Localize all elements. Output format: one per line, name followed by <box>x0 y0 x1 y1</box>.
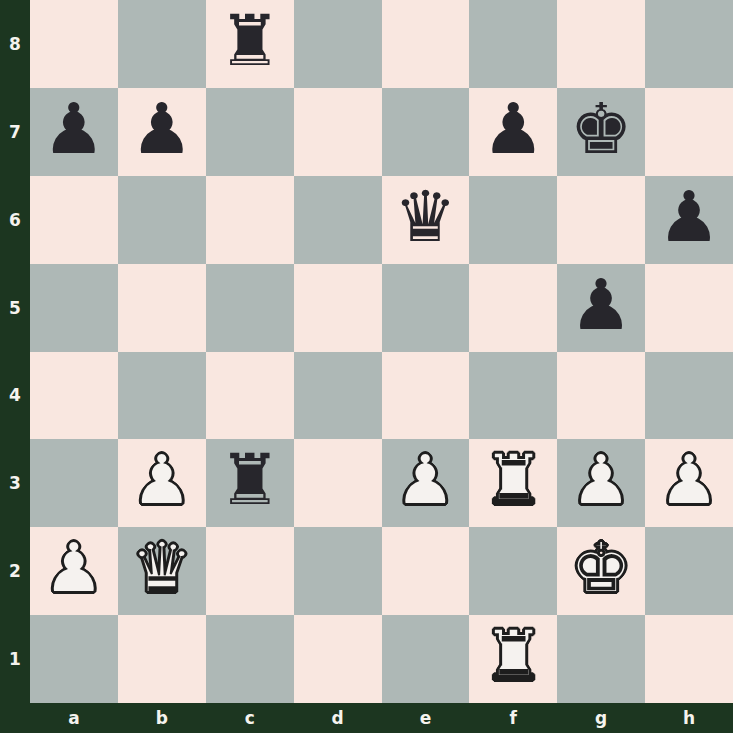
file-label-e: e <box>382 703 470 733</box>
square-h1[interactable] <box>645 615 733 703</box>
file-label-a: a <box>30 703 118 733</box>
square-a8[interactable] <box>30 0 118 88</box>
piece-black-rook[interactable]: ♜ <box>218 445 281 515</box>
square-g2[interactable]: ♚ <box>557 527 645 615</box>
square-f4[interactable] <box>469 352 557 440</box>
piece-white-pawn[interactable]: ♟ <box>658 445 721 515</box>
square-e6[interactable]: ♛ <box>382 176 470 264</box>
square-e2[interactable] <box>382 527 470 615</box>
square-a1[interactable] <box>30 615 118 703</box>
square-e4[interactable] <box>382 352 470 440</box>
file-label-f: f <box>469 703 557 733</box>
piece-white-pawn[interactable]: ♟ <box>570 445 633 515</box>
square-c2[interactable] <box>206 527 294 615</box>
piece-black-king[interactable]: ♚ <box>570 94 633 164</box>
file-label-d: d <box>294 703 382 733</box>
square-b2[interactable]: ♛ <box>118 527 206 615</box>
square-g5[interactable]: ♟ <box>557 264 645 352</box>
square-h2[interactable] <box>645 527 733 615</box>
file-label-g: g <box>557 703 645 733</box>
file-label-c: c <box>206 703 294 733</box>
square-e1[interactable] <box>382 615 470 703</box>
square-g4[interactable] <box>557 352 645 440</box>
square-f7[interactable]: ♟ <box>469 88 557 176</box>
square-e5[interactable] <box>382 264 470 352</box>
square-b7[interactable]: ♟ <box>118 88 206 176</box>
square-b6[interactable] <box>118 176 206 264</box>
square-d3[interactable] <box>294 439 382 527</box>
square-c6[interactable] <box>206 176 294 264</box>
square-e3[interactable]: ♟ <box>382 439 470 527</box>
square-c3[interactable]: ♜ <box>206 439 294 527</box>
square-c7[interactable] <box>206 88 294 176</box>
rank-label-7: 7 <box>0 88 30 176</box>
rank-label-1: 1 <box>0 615 30 703</box>
square-b5[interactable] <box>118 264 206 352</box>
square-a6[interactable] <box>30 176 118 264</box>
square-h8[interactable] <box>645 0 733 88</box>
square-f6[interactable] <box>469 176 557 264</box>
square-e7[interactable] <box>382 88 470 176</box>
rank-label-5: 5 <box>0 264 30 352</box>
piece-white-queen[interactable]: ♛ <box>130 533 193 603</box>
square-d8[interactable] <box>294 0 382 88</box>
square-f1[interactable]: ♜ <box>469 615 557 703</box>
rank-label-3: 3 <box>0 439 30 527</box>
board-corner <box>0 703 30 733</box>
piece-black-rook[interactable]: ♜ <box>218 6 281 76</box>
square-f8[interactable] <box>469 0 557 88</box>
square-h6[interactable]: ♟ <box>645 176 733 264</box>
square-b8[interactable] <box>118 0 206 88</box>
piece-white-rook[interactable]: ♜ <box>482 621 545 691</box>
piece-black-queen[interactable]: ♛ <box>394 182 457 252</box>
square-c4[interactable] <box>206 352 294 440</box>
square-h4[interactable] <box>645 352 733 440</box>
file-label-h: h <box>645 703 733 733</box>
rank-label-2: 2 <box>0 527 30 615</box>
square-a5[interactable] <box>30 264 118 352</box>
square-g7[interactable]: ♚ <box>557 88 645 176</box>
square-c8[interactable]: ♜ <box>206 0 294 88</box>
square-d7[interactable] <box>294 88 382 176</box>
piece-white-pawn[interactable]: ♟ <box>43 533 106 603</box>
square-d5[interactable] <box>294 264 382 352</box>
file-label-b: b <box>118 703 206 733</box>
square-d2[interactable] <box>294 527 382 615</box>
square-g6[interactable] <box>557 176 645 264</box>
square-h7[interactable] <box>645 88 733 176</box>
square-b3[interactable]: ♟ <box>118 439 206 527</box>
piece-black-pawn[interactable]: ♟ <box>130 94 193 164</box>
piece-black-pawn[interactable]: ♟ <box>658 182 721 252</box>
square-a3[interactable] <box>30 439 118 527</box>
square-f3[interactable]: ♜ <box>469 439 557 527</box>
rank-label-4: 4 <box>0 352 30 440</box>
square-d6[interactable] <box>294 176 382 264</box>
square-b1[interactable] <box>118 615 206 703</box>
piece-white-pawn[interactable]: ♟ <box>130 445 193 515</box>
square-e8[interactable] <box>382 0 470 88</box>
square-b4[interactable] <box>118 352 206 440</box>
piece-black-pawn[interactable]: ♟ <box>570 270 633 340</box>
chessboard: 8♜7♟♟♟♚6♛♟5♟43♟♜♟♜♟♟2♟♛♚1♜abcdefgh <box>0 0 733 733</box>
piece-black-pawn[interactable]: ♟ <box>482 94 545 164</box>
square-g3[interactable]: ♟ <box>557 439 645 527</box>
square-f2[interactable] <box>469 527 557 615</box>
square-c5[interactable] <box>206 264 294 352</box>
rank-label-6: 6 <box>0 176 30 264</box>
square-g1[interactable] <box>557 615 645 703</box>
square-g8[interactable] <box>557 0 645 88</box>
square-c1[interactable] <box>206 615 294 703</box>
piece-black-pawn[interactable]: ♟ <box>43 94 106 164</box>
piece-white-rook[interactable]: ♜ <box>482 445 545 515</box>
square-h3[interactable]: ♟ <box>645 439 733 527</box>
square-f5[interactable] <box>469 264 557 352</box>
square-a2[interactable]: ♟ <box>30 527 118 615</box>
piece-white-king[interactable]: ♚ <box>570 533 633 603</box>
square-a7[interactable]: ♟ <box>30 88 118 176</box>
piece-white-pawn[interactable]: ♟ <box>394 445 457 515</box>
square-a4[interactable] <box>30 352 118 440</box>
square-d1[interactable] <box>294 615 382 703</box>
square-d4[interactable] <box>294 352 382 440</box>
square-h5[interactable] <box>645 264 733 352</box>
rank-label-8: 8 <box>0 0 30 88</box>
